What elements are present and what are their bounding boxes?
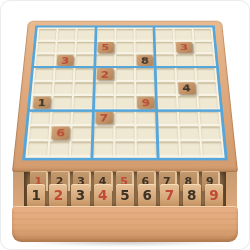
board-cell-r8c4[interactable]: [94, 126, 114, 140]
board-tile-7[interactable]: 7: [95, 111, 112, 124]
board-cell-r9c3[interactable]: [71, 142, 91, 156]
board-cell-r5c3[interactable]: [74, 82, 93, 95]
board-cell-r3c4[interactable]: [96, 55, 114, 67]
board-cell-r6c4[interactable]: [95, 96, 114, 109]
board-cell-r2c8[interactable]: 3: [175, 42, 194, 54]
board-cell-r3c5[interactable]: [116, 55, 134, 67]
board-cell-r4c4[interactable]: 2: [95, 68, 114, 80]
drawer-front-tile-1[interactable]: 1: [27, 184, 45, 207]
board-cell-r2c6[interactable]: [136, 42, 154, 54]
board-cell-r9c8[interactable]: [180, 142, 201, 156]
board-cell-r3c3[interactable]: [76, 55, 95, 67]
board-cell-r5c2[interactable]: [54, 82, 73, 95]
board-cell-r3c6[interactable]: 8: [136, 55, 154, 67]
board-cell-r8c8[interactable]: [179, 126, 199, 140]
drawer-front-tile-3[interactable]: 3: [71, 184, 89, 207]
board-tile-9[interactable]: 9: [137, 97, 154, 109]
board-cell-r7c9[interactable]: [199, 111, 219, 124]
drawer-front-tile-9[interactable]: 9: [205, 184, 223, 207]
board-cell-r6c6[interactable]: 9: [136, 96, 155, 109]
drawer-front-tile-8[interactable]: 8: [183, 184, 201, 207]
board-cell-r6c5[interactable]: [115, 96, 134, 109]
drawer-front-tile-6[interactable]: 6: [138, 184, 156, 207]
board-cell-r1c4[interactable]: [97, 29, 115, 40]
board-cell-r9c4[interactable]: [93, 142, 113, 156]
board-cell-r9c2[interactable]: [49, 142, 70, 156]
board-cell-r4c9[interactable]: [196, 68, 215, 80]
board-cell-r4c5[interactable]: [116, 68, 134, 80]
board-tile-8[interactable]: 8: [137, 55, 153, 66]
board-cell-r1c5[interactable]: [116, 29, 134, 40]
board-cell-r8c1[interactable]: [29, 126, 50, 140]
board-cell-r1c7[interactable]: [155, 29, 173, 40]
board-cell-r7c1[interactable]: [30, 111, 50, 124]
board-cell-r8c2[interactable]: 6: [51, 126, 71, 140]
board-cell-r6c8[interactable]: [178, 96, 198, 109]
board-cell-r8c6[interactable]: [137, 126, 157, 140]
board-tile-3[interactable]: 3: [57, 55, 74, 66]
board-tile-6[interactable]: 6: [52, 127, 70, 140]
drawer-front-tile-4[interactable]: 4: [94, 184, 112, 207]
board-cell-r6c1[interactable]: 1: [32, 96, 52, 109]
sudoku-grid: 5338241976: [22, 25, 228, 160]
board-cell-r1c8[interactable]: [174, 29, 192, 40]
board-cell-r2c9[interactable]: [194, 42, 213, 54]
board-tile-3[interactable]: 3: [176, 42, 192, 53]
board-cell-r5c5[interactable]: [116, 82, 135, 95]
grid-line: [32, 66, 218, 68]
board-cell-r3c8[interactable]: [175, 55, 194, 67]
board-cell-r7c3[interactable]: [73, 111, 93, 124]
grid-line: [28, 109, 222, 111]
board-cell-r7c8[interactable]: [178, 111, 198, 124]
board-cell-r5c9[interactable]: [197, 82, 217, 95]
board-cell-r2c2[interactable]: [57, 42, 76, 54]
board-cell-r8c7[interactable]: [158, 126, 178, 140]
board-cell-r1c2[interactable]: [58, 29, 76, 40]
board-cell-r5c1[interactable]: [33, 82, 53, 95]
board-cell-r4c2[interactable]: [55, 68, 74, 80]
board-cell-r7c2[interactable]: [52, 111, 72, 124]
board-tile-5[interactable]: 5: [97, 42, 113, 53]
board-cell-r8c3[interactable]: [72, 126, 92, 140]
board-tile-1[interactable]: 1: [33, 97, 51, 109]
board-cell-r3c9[interactable]: [195, 55, 214, 67]
board-cell-r6c3[interactable]: [74, 96, 93, 109]
board-cell-r5c4[interactable]: [95, 82, 114, 95]
board-cell-r3c2[interactable]: 3: [56, 55, 75, 67]
board-cell-r7c6[interactable]: [136, 111, 155, 124]
board-cell-r2c1[interactable]: [37, 42, 56, 54]
board-cell-r1c1[interactable]: [38, 29, 57, 40]
board-cell-r5c7[interactable]: [156, 82, 175, 95]
board-cell-r4c6[interactable]: [136, 68, 155, 80]
board-cell-r8c5[interactable]: [115, 126, 135, 140]
drawer-front-row: 123456789: [27, 184, 223, 207]
board-cell-r7c4[interactable]: 7: [94, 111, 113, 124]
board-cell-r6c7[interactable]: [157, 96, 176, 109]
board-cell-r4c3[interactable]: [75, 68, 94, 80]
board-cell-r9c5[interactable]: [115, 142, 135, 156]
board-tile-2[interactable]: 2: [97, 69, 113, 81]
board-cell-r4c1[interactable]: [34, 68, 53, 80]
board-cell-r6c2[interactable]: [53, 96, 73, 109]
board-cell-r2c5[interactable]: [116, 42, 134, 54]
board-cell-r5c6[interactable]: [136, 82, 155, 95]
board-cell-r1c9[interactable]: [193, 29, 212, 40]
board-cell-r1c3[interactable]: [77, 29, 95, 40]
board-cell-r3c1[interactable]: [36, 55, 55, 67]
board-cell-r9c1[interactable]: [27, 142, 48, 156]
board-cell-r9c9[interactable]: [202, 142, 223, 156]
drawer-front-panel[interactable]: [12, 206, 238, 242]
board-cell-r8c9[interactable]: [200, 126, 221, 140]
sudoku-box-top: 5338241976: [12, 21, 238, 172]
board-cell-r7c7[interactable]: [157, 111, 177, 124]
drawer-front-tile-5[interactable]: 5: [116, 184, 134, 207]
board-cell-r1c6[interactable]: [135, 29, 153, 40]
board-cell-r3c7[interactable]: [156, 55, 175, 67]
drawer-front-tile-7[interactable]: 7: [160, 184, 178, 207]
board-cell-r2c3[interactable]: [77, 42, 95, 54]
board-tile-4[interactable]: 4: [178, 82, 195, 94]
board-cell-r4c7[interactable]: [156, 68, 175, 80]
board-cell-r2c4[interactable]: 5: [96, 42, 114, 54]
drawer-front-tile-2[interactable]: 2: [49, 184, 67, 207]
board-cell-r9c6[interactable]: [137, 142, 157, 156]
board-cell-r5c8[interactable]: 4: [177, 82, 196, 95]
board-cell-r2c7[interactable]: [155, 42, 173, 54]
product-photo-sudoku-box: 123456789 123456789 5338241976: [0, 0, 250, 250]
board-cell-r7c5[interactable]: [115, 111, 134, 124]
board-cell-r4c8[interactable]: [176, 68, 195, 80]
board-cell-r6c9[interactable]: [198, 96, 218, 109]
wooden-frame: 5338241976: [12, 21, 238, 172]
board-cell-r9c7[interactable]: [158, 142, 178, 156]
